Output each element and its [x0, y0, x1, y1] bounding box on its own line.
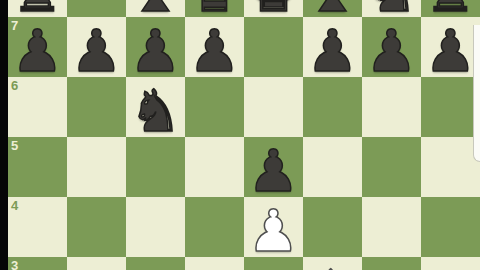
- square-h3[interactable]: [421, 257, 480, 270]
- square-c3[interactable]: [126, 257, 185, 270]
- square-h4[interactable]: [421, 197, 480, 257]
- square-e3[interactable]: [244, 257, 303, 270]
- black-pawn-b7[interactable]: ♟: [71, 22, 123, 80]
- square-h5[interactable]: [421, 137, 480, 197]
- square-d6[interactable]: [185, 77, 244, 137]
- square-b7[interactable]: ♟: [67, 17, 126, 77]
- square-a5[interactable]: 5: [8, 137, 67, 197]
- square-a3[interactable]: 3: [8, 257, 67, 270]
- square-f3[interactable]: ♞: [303, 257, 362, 270]
- square-f4[interactable]: [303, 197, 362, 257]
- rank-label-4: 4: [11, 199, 18, 212]
- black-pawn-a7[interactable]: ♟: [12, 22, 64, 80]
- square-d3[interactable]: [185, 257, 244, 270]
- square-g4[interactable]: [362, 197, 421, 257]
- square-b8[interactable]: [67, 0, 126, 17]
- square-c4[interactable]: [126, 197, 185, 257]
- square-f5[interactable]: [303, 137, 362, 197]
- square-h8[interactable]: ♜: [421, 0, 480, 17]
- square-g5[interactable]: [362, 137, 421, 197]
- black-pawn-f7[interactable]: ♟: [307, 22, 359, 80]
- square-a6[interactable]: 6: [8, 77, 67, 137]
- square-b3[interactable]: [67, 257, 126, 270]
- square-d7[interactable]: ♟: [185, 17, 244, 77]
- square-c5[interactable]: [126, 137, 185, 197]
- square-g8[interactable]: ♞: [362, 0, 421, 17]
- letterbox-bar: [0, 0, 8, 270]
- chess-app-screen: 8♜♝♛♚♝♞♜7♟♟♟♟♟♟♟6♞5♟4♟3♞21: [0, 0, 480, 270]
- square-c8[interactable]: ♝: [126, 0, 185, 17]
- rank-label-3: 3: [11, 259, 18, 270]
- black-pawn-d7[interactable]: ♟: [189, 22, 241, 80]
- square-b5[interactable]: [67, 137, 126, 197]
- black-pawn-g7[interactable]: ♟: [366, 22, 418, 80]
- square-a7[interactable]: 7♟: [8, 17, 67, 77]
- square-e4[interactable]: ♟: [244, 197, 303, 257]
- square-e7[interactable]: [244, 17, 303, 77]
- square-g7[interactable]: ♟: [362, 17, 421, 77]
- square-f7[interactable]: ♟: [303, 17, 362, 77]
- square-a4[interactable]: 4: [8, 197, 67, 257]
- square-g6[interactable]: [362, 77, 421, 137]
- black-knight-c6[interactable]: ♞: [130, 82, 182, 140]
- square-d4[interactable]: [185, 197, 244, 257]
- rank-label-6: 6: [11, 79, 18, 92]
- square-b4[interactable]: [67, 197, 126, 257]
- square-h7[interactable]: ♟: [421, 17, 480, 77]
- square-c6[interactable]: ♞: [126, 77, 185, 137]
- square-c7[interactable]: ♟: [126, 17, 185, 77]
- square-e6[interactable]: [244, 77, 303, 137]
- black-pawn-e5[interactable]: ♟: [248, 142, 300, 200]
- square-e8[interactable]: ♚: [244, 0, 303, 17]
- chess-board[interactable]: 8♜♝♛♚♝♞♜7♟♟♟♟♟♟♟6♞5♟4♟3♞21: [8, 0, 480, 270]
- square-d8[interactable]: ♛: [185, 0, 244, 17]
- square-f8[interactable]: ♝: [303, 0, 362, 17]
- square-h6[interactable]: [421, 77, 480, 137]
- white-pawn-e4[interactable]: ♟: [248, 202, 300, 260]
- square-d5[interactable]: [185, 137, 244, 197]
- square-g3[interactable]: [362, 257, 421, 270]
- white-knight-f3[interactable]: ♞: [307, 262, 359, 270]
- black-pawn-h7[interactable]: ♟: [425, 22, 477, 80]
- square-b6[interactable]: [67, 77, 126, 137]
- side-panel-edge[interactable]: [473, 25, 480, 162]
- square-e5[interactable]: ♟: [244, 137, 303, 197]
- black-pawn-c7[interactable]: ♟: [130, 22, 182, 80]
- square-f6[interactable]: [303, 77, 362, 137]
- rank-label-5: 5: [11, 139, 18, 152]
- square-a8[interactable]: 8♜: [8, 0, 67, 17]
